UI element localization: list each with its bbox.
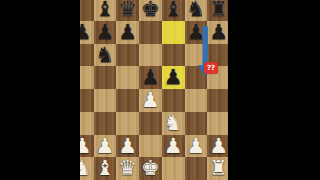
square-h4 [207, 89, 228, 112]
square-g4 [185, 89, 208, 112]
black-rook: ♜ [207, 0, 228, 21]
square-c7: ♟ [94, 21, 117, 44]
square-d3 [116, 112, 139, 135]
black-king: ♚ [139, 0, 162, 21]
square-f7 [162, 21, 185, 44]
square-g7: ♟ [185, 21, 208, 44]
square-h7: ♟ [207, 21, 228, 44]
square-e8: ♚ [139, 0, 162, 21]
white-rook: ♜ [207, 157, 228, 180]
white-pawn: ♟ [80, 135, 94, 158]
square-h8: ♜ [207, 0, 228, 21]
square-d1: ♛ [116, 157, 139, 180]
black-knight: ♞ [185, 0, 208, 21]
white-pawn: ♟ [185, 135, 208, 158]
white-pawn: ♟ [94, 135, 117, 158]
square-f3: ♞ [162, 112, 185, 135]
square-f5: ♟ [162, 66, 185, 89]
white-knight: ♞ [80, 157, 94, 180]
black-bishop: ♝ [94, 0, 117, 21]
square-d5 [116, 66, 139, 89]
black-pawn: ♟ [94, 21, 117, 44]
black-bishop: ♝ [162, 0, 185, 21]
chess-board: ♜♝♛♚♝♞♜♟♟♟♟♟♟♞♟♟♝♟♞♟♟♟♟♟♟♜♞♝♛♚♜ [80, 0, 228, 180]
square-d2: ♟ [116, 135, 139, 158]
square-b7: ♟ [80, 21, 94, 44]
square-e7 [139, 21, 162, 44]
square-b6 [80, 44, 94, 67]
square-f2: ♟ [162, 135, 185, 158]
square-b1: ♞ [80, 157, 94, 180]
square-b8 [80, 0, 94, 21]
square-e1: ♚ [139, 157, 162, 180]
square-c4 [94, 89, 117, 112]
square-d6 [116, 44, 139, 67]
black-pawn: ♟ [162, 66, 185, 89]
square-f1 [162, 157, 185, 180]
black-pawn: ♟ [139, 66, 162, 89]
square-c5 [94, 66, 117, 89]
square-e4: ♟ [139, 89, 162, 112]
white-pawn: ♟ [207, 135, 228, 158]
square-b5 [80, 66, 94, 89]
square-b3 [80, 112, 94, 135]
square-f8: ♝ [162, 0, 185, 21]
white-queen: ♛ [116, 157, 139, 180]
letterbox-left [0, 0, 80, 180]
black-queen: ♛ [116, 0, 139, 21]
square-f6 [162, 44, 185, 67]
video-strip[interactable]: ♜♝♛♚♝♞♜♟♟♟♟♟♟♞♟♟♝♟♞♟♟♟♟♟♟♜♞♝♛♚♜ ?? [80, 0, 228, 180]
square-e6 [139, 44, 162, 67]
video-frame: ♜♝♛♚♝♞♜♟♟♟♟♟♟♞♟♟♝♟♞♟♟♟♟♟♟♜♞♝♛♚♜ ?? [0, 0, 320, 180]
blunder-badge: ?? [204, 62, 218, 74]
black-pawn: ♟ [116, 21, 139, 44]
square-f4 [162, 89, 185, 112]
square-g2: ♟ [185, 135, 208, 158]
square-d7: ♟ [116, 21, 139, 44]
square-b4 [80, 89, 94, 112]
white-king: ♚ [139, 157, 162, 180]
square-g8: ♞ [185, 0, 208, 21]
black-knight: ♞ [94, 44, 117, 67]
square-h2: ♟ [207, 135, 228, 158]
white-pawn: ♟ [116, 135, 139, 158]
white-pawn: ♟ [162, 135, 185, 158]
square-e5: ♟ [139, 66, 162, 89]
square-c6: ♞ [94, 44, 117, 67]
square-e2 [139, 135, 162, 158]
black-pawn: ♟ [207, 21, 228, 44]
white-pawn: ♟ [139, 89, 162, 112]
white-bishop: ♝ [94, 157, 117, 180]
black-pawn: ♟ [185, 21, 208, 44]
square-c2: ♟ [94, 135, 117, 158]
white-knight: ♞ [162, 112, 185, 135]
square-h1: ♜ [207, 157, 228, 180]
square-c8: ♝ [94, 0, 117, 21]
square-h3 [207, 112, 228, 135]
square-d4 [116, 89, 139, 112]
square-b2: ♟ [80, 135, 94, 158]
black-pawn: ♟ [80, 21, 94, 44]
square-d8: ♛ [116, 0, 139, 21]
square-g3 [185, 112, 208, 135]
square-c1: ♝ [94, 157, 117, 180]
letterbox-right [228, 0, 320, 180]
square-c3 [94, 112, 117, 135]
square-e3 [139, 112, 162, 135]
square-g1 [185, 157, 208, 180]
